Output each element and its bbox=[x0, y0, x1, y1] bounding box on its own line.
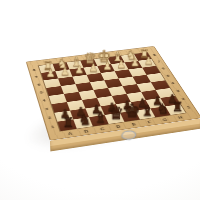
black-piece-glyph: ♞ bbox=[155, 102, 171, 116]
black-R-a1: ♜ bbox=[57, 119, 76, 131]
clasp-icon bbox=[120, 130, 137, 140]
black-piece-glyph: ♚ bbox=[124, 102, 140, 120]
black-piece-glyph: ♜ bbox=[170, 101, 186, 114]
chess-board: ABCDEFGH 12345678 12345678 ♜♞♝♛♚♝♞♜♟♟♟♟♟… bbox=[26, 46, 200, 141]
black-piece-glyph: ♛ bbox=[108, 105, 124, 122]
white-piece-glyph: ♟ bbox=[43, 68, 58, 79]
black-piece-glyph: ♞ bbox=[76, 113, 92, 127]
white-piece-glyph: ♟ bbox=[72, 65, 87, 76]
rank-label-8-left: 8 bbox=[27, 66, 41, 75]
black-piece-glyph: ♝ bbox=[139, 103, 155, 118]
black-piece-glyph: ♝ bbox=[92, 109, 108, 124]
product-photo-background: ABCDEFGH 12345678 12345678 ♜♞♝♛♚♝♞♜♟♟♟♟♟… bbox=[0, 0, 200, 200]
white-piece-glyph: ♟ bbox=[100, 61, 114, 72]
white-piece-glyph: ♟ bbox=[86, 63, 100, 74]
white-piece-glyph: ♟ bbox=[58, 66, 73, 77]
scene: ABCDEFGH 12345678 12345678 ♜♞♝♛♚♝♞♜♟♟♟♟♟… bbox=[0, 0, 200, 200]
white-piece-glyph: ♟ bbox=[114, 59, 128, 70]
white-piece-glyph: ♟ bbox=[128, 58, 142, 68]
rank-label-7-left: 7 bbox=[30, 73, 44, 82]
black-piece-glyph: ♜ bbox=[60, 116, 77, 129]
